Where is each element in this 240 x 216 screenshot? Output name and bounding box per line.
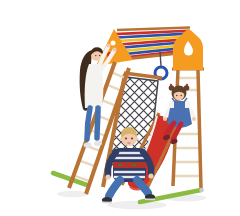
girl2-bow bbox=[186, 84, 188, 86]
top-rail-back bbox=[117, 28, 190, 31]
boy-ear bbox=[135, 137, 138, 140]
girl1-sweater bbox=[85, 64, 104, 108]
ring-strap bbox=[160, 52, 161, 66]
girl1-hand bbox=[112, 47, 116, 51]
girl1-eye bbox=[95, 55, 96, 56]
boy-eye bbox=[125, 138, 127, 140]
ladder-rung bbox=[107, 85, 122, 91]
girl2-bow bbox=[170, 84, 172, 86]
boy-leg bbox=[109, 180, 120, 196]
boy-ear bbox=[119, 137, 122, 140]
product-photo-kids-play-complex bbox=[40, 16, 240, 216]
shadow-center bbox=[107, 201, 167, 209]
boy-hand bbox=[148, 173, 153, 178]
boy-hand bbox=[105, 174, 110, 179]
girl2-eye bbox=[181, 95, 182, 96]
girl1-eye bbox=[99, 55, 100, 56]
girl1-leg bbox=[97, 108, 98, 138]
ladder-rung bbox=[79, 160, 95, 166]
sweater-red-band bbox=[113, 162, 146, 168]
girl-on-slide-top bbox=[162, 84, 196, 145]
shadow-left bbox=[57, 191, 89, 197]
girl-climbing-ladder bbox=[80, 43, 117, 148]
girl1-hand bbox=[106, 43, 110, 47]
girl2-hand bbox=[192, 117, 196, 121]
right-gable-panel bbox=[173, 30, 203, 70]
girl1-leg bbox=[87, 108, 90, 139]
girl2-eye bbox=[176, 95, 177, 96]
ladder-rung bbox=[101, 100, 116, 106]
play-complex-illustration bbox=[40, 16, 240, 216]
girl2-hand bbox=[163, 117, 167, 121]
rail-end-cap bbox=[199, 188, 203, 192]
ladder-rail bbox=[198, 70, 201, 189]
boy-eye bbox=[131, 138, 133, 140]
girl2-overalls-bib bbox=[174, 101, 185, 110]
gable-cutout bbox=[111, 41, 116, 46]
